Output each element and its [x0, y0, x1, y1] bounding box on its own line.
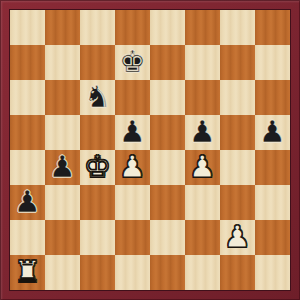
square-g3[interactable]	[220, 185, 255, 220]
square-b4[interactable]: ♟	[45, 150, 80, 185]
square-g1[interactable]	[220, 255, 255, 290]
square-h4[interactable]	[255, 150, 290, 185]
piece-black-knight-c6: ♞	[84, 80, 111, 114]
square-h6[interactable]	[255, 80, 290, 115]
piece-white-pawn-f4: ♟	[189, 150, 216, 184]
square-b2[interactable]	[45, 220, 80, 255]
square-a5[interactable]	[10, 115, 45, 150]
square-d2[interactable]	[115, 220, 150, 255]
square-f7[interactable]	[185, 45, 220, 80]
square-b6[interactable]	[45, 80, 80, 115]
chess-board: ♚♞♟♟♟♟♚♟♟♟♟♜	[9, 9, 291, 291]
square-a8[interactable]	[10, 10, 45, 45]
square-f1[interactable]	[185, 255, 220, 290]
square-e2[interactable]	[150, 220, 185, 255]
piece-black-pawn-d5: ♟	[119, 115, 146, 149]
board-frame: ♚♞♟♟♟♟♚♟♟♟♟♜	[0, 0, 300, 300]
square-h3[interactable]	[255, 185, 290, 220]
square-e5[interactable]	[150, 115, 185, 150]
piece-black-pawn-h5: ♟	[259, 115, 286, 149]
piece-white-king-c4: ♚	[84, 150, 111, 184]
square-h5[interactable]: ♟	[255, 115, 290, 150]
square-c1[interactable]	[80, 255, 115, 290]
square-g2[interactable]: ♟	[220, 220, 255, 255]
square-a7[interactable]	[10, 45, 45, 80]
square-a3[interactable]: ♟	[10, 185, 45, 220]
square-d7[interactable]: ♚	[115, 45, 150, 80]
square-e6[interactable]	[150, 80, 185, 115]
square-g5[interactable]	[220, 115, 255, 150]
square-e8[interactable]	[150, 10, 185, 45]
square-g7[interactable]	[220, 45, 255, 80]
square-g6[interactable]	[220, 80, 255, 115]
square-a2[interactable]	[10, 220, 45, 255]
square-c7[interactable]	[80, 45, 115, 80]
square-b5[interactable]	[45, 115, 80, 150]
piece-black-pawn-a3: ♟	[14, 185, 41, 219]
square-d8[interactable]	[115, 10, 150, 45]
piece-white-pawn-d4: ♟	[119, 150, 146, 184]
square-h8[interactable]	[255, 10, 290, 45]
square-h1[interactable]	[255, 255, 290, 290]
piece-black-pawn-f5: ♟	[189, 115, 216, 149]
square-e7[interactable]	[150, 45, 185, 80]
square-c5[interactable]	[80, 115, 115, 150]
square-g4[interactable]	[220, 150, 255, 185]
square-f6[interactable]	[185, 80, 220, 115]
square-b3[interactable]	[45, 185, 80, 220]
square-c8[interactable]	[80, 10, 115, 45]
square-b1[interactable]	[45, 255, 80, 290]
square-f2[interactable]	[185, 220, 220, 255]
square-d3[interactable]	[115, 185, 150, 220]
square-e4[interactable]	[150, 150, 185, 185]
square-a1[interactable]: ♜	[10, 255, 45, 290]
square-a4[interactable]	[10, 150, 45, 185]
piece-white-pawn-g2: ♟	[224, 220, 251, 254]
piece-black-pawn-b4: ♟	[49, 150, 76, 184]
square-f5[interactable]: ♟	[185, 115, 220, 150]
square-b8[interactable]	[45, 10, 80, 45]
square-d1[interactable]	[115, 255, 150, 290]
square-h7[interactable]	[255, 45, 290, 80]
square-f4[interactable]: ♟	[185, 150, 220, 185]
square-c2[interactable]	[80, 220, 115, 255]
square-d4[interactable]: ♟	[115, 150, 150, 185]
square-e1[interactable]	[150, 255, 185, 290]
piece-white-rook-a1: ♜	[14, 255, 41, 289]
square-f3[interactable]	[185, 185, 220, 220]
square-c3[interactable]	[80, 185, 115, 220]
square-d6[interactable]	[115, 80, 150, 115]
square-b7[interactable]	[45, 45, 80, 80]
square-d5[interactable]: ♟	[115, 115, 150, 150]
square-c6[interactable]: ♞	[80, 80, 115, 115]
square-h2[interactable]	[255, 220, 290, 255]
piece-black-king-d7: ♚	[119, 45, 146, 79]
square-g8[interactable]	[220, 10, 255, 45]
square-e3[interactable]	[150, 185, 185, 220]
square-c4[interactable]: ♚	[80, 150, 115, 185]
square-f8[interactable]	[185, 10, 220, 45]
square-a6[interactable]	[10, 80, 45, 115]
